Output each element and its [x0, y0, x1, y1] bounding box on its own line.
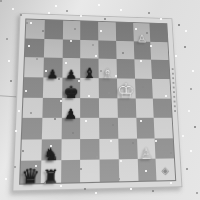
piece-white-pawn-g2[interactable]: ♙	[139, 147, 153, 163]
piece-black-king-c5[interactable]: ♚	[63, 84, 78, 101]
pieces-layer: ♙♟♟♝♗♚♔♟♞♙♛♜	[20, 19, 175, 183]
piece-white-king-f5[interactable]: ♔	[117, 81, 136, 101]
playing-area: ♙♟♟♝♗♚♔♟♞♙♛♜ ◈	[19, 18, 176, 184]
piece-white-pawn-g8[interactable]: ♙	[137, 33, 147, 44]
piece-white-bishop-e6[interactable]: ♗	[101, 67, 114, 81]
photo-noise-light-specks	[0, 0, 2, 2]
chessboard: ♙♟♟♝♗♚♔♟♞♙♛♜ ◈	[12, 13, 182, 192]
maker-crest-icon: ◈	[161, 166, 169, 177]
piece-black-knight-b2[interactable]: ♞	[43, 147, 58, 164]
piece-black-rook-b1[interactable]: ♜	[42, 168, 59, 187]
piece-black-pawn-b6[interactable]: ♟	[47, 68, 59, 81]
piece-black-bishop-d6[interactable]: ♝	[83, 67, 96, 81]
piece-black-queen-a1[interactable]: ♛	[21, 166, 40, 187]
piece-black-pawn-c4[interactable]: ♟	[64, 107, 77, 121]
board-edge-text-smudge	[172, 68, 176, 113]
photo-noise-dark-specks	[0, 0, 2, 2]
photo-of-chessboard: ♙♟♟♝♗♚♔♟♞♙♛♜ ◈	[0, 0, 200, 200]
piece-black-pawn-c6[interactable]: ♟	[65, 68, 77, 80]
